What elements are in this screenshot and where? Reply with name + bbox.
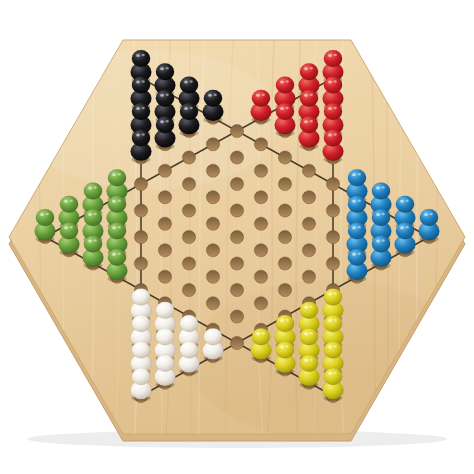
peg-white[interactable] xyxy=(179,342,200,375)
hole-c11-5[interactable] xyxy=(302,217,315,230)
hole-c12-5[interactable] xyxy=(326,204,339,217)
peg-yellow[interactable] xyxy=(299,355,320,388)
peg-red[interactable] xyxy=(323,130,344,163)
hole-c7-6[interactable] xyxy=(206,270,219,283)
hole-c5-7[interactable] xyxy=(158,270,171,283)
hole-c6-7[interactable] xyxy=(182,283,195,296)
peg-blue[interactable] xyxy=(371,236,392,269)
peg-red[interactable] xyxy=(275,103,296,136)
hole-c12-7[interactable] xyxy=(326,257,339,270)
peg-yellow[interactable] xyxy=(251,328,272,361)
peg-black[interactable] xyxy=(203,90,224,123)
hole-c7-4[interactable] xyxy=(206,217,219,230)
hole-c7-1[interactable] xyxy=(206,138,219,151)
hole-c10-4[interactable] xyxy=(278,204,291,217)
hole-c8-4[interactable] xyxy=(230,230,243,243)
hole-c5-5[interactable] xyxy=(158,217,171,230)
hole-c9-6[interactable] xyxy=(254,270,267,283)
hole-c11-6[interactable] xyxy=(302,244,315,257)
hole-c4-4[interactable] xyxy=(134,177,147,190)
peg-black[interactable] xyxy=(179,103,200,136)
hole-c4-6[interactable] xyxy=(134,230,147,243)
hole-c4-7[interactable] xyxy=(134,257,147,270)
hole-c7-5[interactable] xyxy=(206,244,219,257)
peg-white[interactable] xyxy=(203,328,224,361)
hole-c5-4[interactable] xyxy=(158,191,171,204)
hole-c9-4[interactable] xyxy=(254,217,267,230)
hole-c8-0[interactable] xyxy=(230,124,243,137)
hole-c9-3[interactable] xyxy=(254,191,267,204)
hole-c12-6[interactable] xyxy=(326,230,339,243)
hole-c8-1[interactable] xyxy=(230,151,243,164)
hole-c10-3[interactable] xyxy=(278,177,291,190)
hole-c10-7[interactable] xyxy=(278,283,291,296)
hole-c6-2[interactable] xyxy=(182,151,195,164)
peg-green[interactable] xyxy=(83,236,104,269)
hole-c8-7[interactable] xyxy=(230,310,243,323)
hole-c9-5[interactable] xyxy=(254,244,267,257)
peg-white[interactable] xyxy=(155,355,176,388)
peg-blue[interactable] xyxy=(419,209,440,242)
peg-blue[interactable] xyxy=(347,249,368,282)
hole-c11-4[interactable] xyxy=(302,191,315,204)
hole-c9-2[interactable] xyxy=(254,164,267,177)
hole-c9-7[interactable] xyxy=(254,297,267,310)
peg-yellow[interactable] xyxy=(323,368,344,401)
peg-white[interactable] xyxy=(131,368,152,401)
hole-c8-5[interactable] xyxy=(230,257,243,270)
chinese-checkers-board xyxy=(0,0,474,474)
hole-c7-7[interactable] xyxy=(206,297,219,310)
hole-c5-3[interactable] xyxy=(158,164,171,177)
board-svg xyxy=(0,0,474,474)
hole-c11-3[interactable] xyxy=(302,164,315,177)
hole-c8-3[interactable] xyxy=(230,204,243,217)
hole-c7-2[interactable] xyxy=(206,164,219,177)
peg-yellow[interactable] xyxy=(275,342,296,375)
hole-c11-7[interactable] xyxy=(302,270,315,283)
peg-black[interactable] xyxy=(155,116,176,149)
peg-red[interactable] xyxy=(299,116,320,149)
peg-green[interactable] xyxy=(59,222,80,255)
hole-c5-6[interactable] xyxy=(158,244,171,257)
hole-c12-4[interactable] xyxy=(326,177,339,190)
hole-c4-5[interactable] xyxy=(134,204,147,217)
peg-green[interactable] xyxy=(35,209,56,242)
hole-c6-6[interactable] xyxy=(182,257,195,270)
peg-black[interactable] xyxy=(131,130,152,163)
hole-c6-4[interactable] xyxy=(182,204,195,217)
peg-green[interactable] xyxy=(107,249,128,282)
hole-c7-3[interactable] xyxy=(206,191,219,204)
peg-red[interactable] xyxy=(251,90,272,123)
hole-c8-2[interactable] xyxy=(230,177,243,190)
hole-c10-5[interactable] xyxy=(278,230,291,243)
hole-c6-3[interactable] xyxy=(182,177,195,190)
hole-c10-6[interactable] xyxy=(278,257,291,270)
hole-c6-5[interactable] xyxy=(182,230,195,243)
hole-c8-8[interactable] xyxy=(230,336,243,349)
peg-blue[interactable] xyxy=(395,222,416,255)
hole-c8-6[interactable] xyxy=(230,283,243,296)
hole-c9-1[interactable] xyxy=(254,138,267,151)
hole-c10-2[interactable] xyxy=(278,151,291,164)
